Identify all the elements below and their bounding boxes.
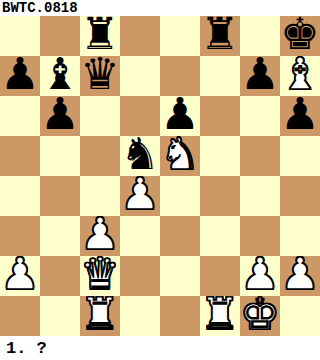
square-g1[interactable]: ♚ bbox=[240, 296, 280, 336]
square-c2[interactable]: ♛ bbox=[80, 256, 120, 296]
black-rook-icon: ♜ bbox=[200, 16, 239, 54]
black-bishop-icon: ♝ bbox=[40, 56, 79, 94]
square-d3[interactable] bbox=[120, 216, 160, 256]
black-knight-icon: ♞ bbox=[120, 136, 159, 174]
white-knight-icon: ♞ bbox=[160, 136, 199, 174]
square-a3[interactable] bbox=[0, 216, 40, 256]
black-rook-icon: ♜ bbox=[80, 16, 119, 54]
square-d1[interactable] bbox=[120, 296, 160, 336]
square-f5[interactable] bbox=[200, 136, 240, 176]
white-rook-icon: ♜ bbox=[80, 296, 119, 334]
square-d4[interactable]: ♟ bbox=[120, 176, 160, 216]
white-pawn-icon: ♟ bbox=[280, 256, 319, 294]
square-e6[interactable]: ♟ bbox=[160, 96, 200, 136]
square-f3[interactable] bbox=[200, 216, 240, 256]
square-d5[interactable]: ♞ bbox=[120, 136, 160, 176]
square-g4[interactable] bbox=[240, 176, 280, 216]
square-h4[interactable] bbox=[280, 176, 320, 216]
square-h7[interactable]: ♝ bbox=[280, 56, 320, 96]
square-e2[interactable] bbox=[160, 256, 200, 296]
black-pawn-icon: ♟ bbox=[240, 56, 279, 94]
square-b2[interactable] bbox=[40, 256, 80, 296]
square-c6[interactable] bbox=[80, 96, 120, 136]
white-pawn-icon: ♟ bbox=[120, 176, 159, 214]
square-c4[interactable] bbox=[80, 176, 120, 216]
square-f7[interactable] bbox=[200, 56, 240, 96]
square-f6[interactable] bbox=[200, 96, 240, 136]
square-g5[interactable] bbox=[240, 136, 280, 176]
square-d2[interactable] bbox=[120, 256, 160, 296]
square-d6[interactable] bbox=[120, 96, 160, 136]
move-prompt: 1. ? bbox=[0, 336, 320, 360]
white-pawn-icon: ♟ bbox=[240, 256, 279, 294]
square-d7[interactable] bbox=[120, 56, 160, 96]
white-king-icon: ♚ bbox=[240, 296, 279, 334]
square-b8[interactable] bbox=[40, 16, 80, 56]
black-queen-icon: ♛ bbox=[80, 56, 119, 94]
black-king-icon: ♚ bbox=[280, 16, 319, 54]
square-e5[interactable]: ♞ bbox=[160, 136, 200, 176]
square-f8[interactable]: ♜ bbox=[200, 16, 240, 56]
square-a4[interactable] bbox=[0, 176, 40, 216]
square-a8[interactable] bbox=[0, 16, 40, 56]
square-h8[interactable]: ♚ bbox=[280, 16, 320, 56]
square-b6[interactable]: ♟ bbox=[40, 96, 80, 136]
square-c3[interactable]: ♟ bbox=[80, 216, 120, 256]
square-h2[interactable]: ♟ bbox=[280, 256, 320, 296]
square-b4[interactable] bbox=[40, 176, 80, 216]
square-f4[interactable] bbox=[200, 176, 240, 216]
black-pawn-icon: ♟ bbox=[160, 96, 199, 134]
black-pawn-icon: ♟ bbox=[40, 96, 79, 134]
square-h5[interactable] bbox=[280, 136, 320, 176]
diagram-page: BWTC.0818 ♜♜♚♟♝♛♟♝♟♟♟♞♞♟♟♟♛♟♟♜♜♚ 1. ? bbox=[0, 0, 320, 360]
square-c8[interactable]: ♜ bbox=[80, 16, 120, 56]
square-g2[interactable]: ♟ bbox=[240, 256, 280, 296]
square-a2[interactable]: ♟ bbox=[0, 256, 40, 296]
square-c7[interactable]: ♛ bbox=[80, 56, 120, 96]
white-bishop-icon: ♝ bbox=[280, 56, 319, 94]
square-a7[interactable]: ♟ bbox=[0, 56, 40, 96]
square-c5[interactable] bbox=[80, 136, 120, 176]
square-g6[interactable] bbox=[240, 96, 280, 136]
square-g3[interactable] bbox=[240, 216, 280, 256]
square-e7[interactable] bbox=[160, 56, 200, 96]
puzzle-id-label: BWTC.0818 bbox=[0, 0, 320, 16]
white-pawn-icon: ♟ bbox=[0, 256, 39, 294]
square-e4[interactable] bbox=[160, 176, 200, 216]
square-e8[interactable] bbox=[160, 16, 200, 56]
square-h6[interactable]: ♟ bbox=[280, 96, 320, 136]
square-e1[interactable] bbox=[160, 296, 200, 336]
square-e3[interactable] bbox=[160, 216, 200, 256]
square-c1[interactable]: ♜ bbox=[80, 296, 120, 336]
white-rook-icon: ♜ bbox=[200, 296, 239, 334]
square-b7[interactable]: ♝ bbox=[40, 56, 80, 96]
square-h3[interactable] bbox=[280, 216, 320, 256]
black-pawn-icon: ♟ bbox=[0, 56, 39, 94]
square-b1[interactable] bbox=[40, 296, 80, 336]
square-f2[interactable] bbox=[200, 256, 240, 296]
square-g7[interactable]: ♟ bbox=[240, 56, 280, 96]
black-pawn-icon: ♟ bbox=[280, 96, 319, 134]
white-queen-icon: ♛ bbox=[80, 256, 119, 294]
square-b5[interactable] bbox=[40, 136, 80, 176]
square-d8[interactable] bbox=[120, 16, 160, 56]
chess-board: ♜♜♚♟♝♛♟♝♟♟♟♞♞♟♟♟♛♟♟♜♜♚ bbox=[0, 16, 320, 336]
square-a1[interactable] bbox=[0, 296, 40, 336]
square-b3[interactable] bbox=[40, 216, 80, 256]
square-h1[interactable] bbox=[280, 296, 320, 336]
square-g8[interactable] bbox=[240, 16, 280, 56]
square-a6[interactable] bbox=[0, 96, 40, 136]
square-f1[interactable]: ♜ bbox=[200, 296, 240, 336]
white-pawn-icon: ♟ bbox=[80, 216, 119, 254]
square-a5[interactable] bbox=[0, 136, 40, 176]
